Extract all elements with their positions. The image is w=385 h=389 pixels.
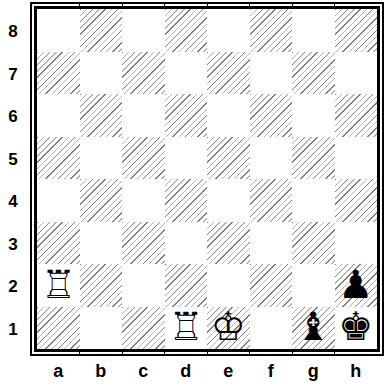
border-tick: [249, 351, 250, 356]
file-label-g: g: [292, 359, 335, 383]
square-h2[interactable]: ♟: [335, 264, 378, 307]
square-b1[interactable]: [80, 307, 123, 350]
square-f4[interactable]: [250, 179, 293, 222]
square-h3[interactable]: [335, 222, 378, 265]
rank-labels: 87654321: [0, 11, 26, 351]
square-e6[interactable]: [207, 94, 250, 137]
square-h5[interactable]: [335, 137, 378, 180]
square-c4[interactable]: [122, 179, 165, 222]
square-g3[interactable]: [292, 222, 335, 265]
rank-label-2: 2: [0, 266, 26, 309]
rank-label-8: 8: [0, 11, 26, 54]
square-d4[interactable]: [165, 179, 208, 222]
square-h1[interactable]: ♚: [335, 307, 378, 350]
square-d6[interactable]: [165, 94, 208, 137]
square-a3[interactable]: [37, 222, 80, 265]
square-g2[interactable]: [292, 264, 335, 307]
square-b5[interactable]: [80, 137, 123, 180]
square-b6[interactable]: [80, 94, 123, 137]
border-tick: [164, 2, 165, 7]
border-tick: [122, 2, 123, 7]
square-a8[interactable]: [37, 9, 80, 52]
square-e7[interactable]: [207, 52, 250, 95]
rank-label-3: 3: [0, 224, 26, 267]
square-a6[interactable]: [37, 94, 80, 137]
square-d1[interactable]: ♖: [165, 307, 208, 350]
border-tick: [249, 2, 250, 7]
square-g1[interactable]: ♝: [292, 307, 335, 350]
square-g7[interactable]: [292, 52, 335, 95]
square-c8[interactable]: [122, 9, 165, 52]
square-e2[interactable]: [207, 264, 250, 307]
border-tick: [79, 2, 80, 7]
square-h6[interactable]: [335, 94, 378, 137]
square-b7[interactable]: [80, 52, 123, 95]
square-f6[interactable]: [250, 94, 293, 137]
square-b2[interactable]: [80, 264, 123, 307]
square-d5[interactable]: [165, 137, 208, 180]
rank-label-7: 7: [0, 54, 26, 97]
square-f3[interactable]: [250, 222, 293, 265]
square-h7[interactable]: [335, 52, 378, 95]
square-g5[interactable]: [292, 137, 335, 180]
square-a7[interactable]: [37, 52, 80, 95]
square-g8[interactable]: [292, 9, 335, 52]
board-grid: ♖♟♖♔♝♚: [37, 9, 377, 349]
square-c5[interactable]: [122, 137, 165, 180]
file-labels: abcdefgh: [37, 359, 377, 383]
square-c6[interactable]: [122, 94, 165, 137]
board-outer-border: ♖♟♖♔♝♚: [30, 2, 384, 356]
square-a5[interactable]: [37, 137, 80, 180]
border-tick: [334, 2, 335, 7]
square-a1[interactable]: [37, 307, 80, 350]
board-inner-border: ♖♟♖♔♝♚: [34, 6, 380, 352]
square-b3[interactable]: [80, 222, 123, 265]
file-label-h: h: [335, 359, 378, 383]
border-tick: [79, 351, 80, 356]
file-label-e: e: [207, 359, 250, 383]
square-d3[interactable]: [165, 222, 208, 265]
chess-board: ♖♟♖♔♝♚: [30, 2, 384, 356]
square-e4[interactable]: [207, 179, 250, 222]
square-f2[interactable]: [250, 264, 293, 307]
file-label-f: f: [250, 359, 293, 383]
square-d7[interactable]: [165, 52, 208, 95]
square-f1[interactable]: [250, 307, 293, 350]
border-tick: [207, 351, 208, 356]
square-f8[interactable]: [250, 9, 293, 52]
border-tick: [292, 351, 293, 356]
square-c1[interactable]: [122, 307, 165, 350]
file-label-c: c: [122, 359, 165, 383]
piece-black-pawn[interactable]: ♟: [338, 265, 373, 304]
file-label-b: b: [80, 359, 123, 383]
border-tick: [334, 351, 335, 356]
square-e5[interactable]: [207, 137, 250, 180]
square-e3[interactable]: [207, 222, 250, 265]
piece-white-rook[interactable]: ♖: [41, 265, 76, 304]
piece-white-king[interactable]: ♔: [211, 307, 246, 346]
square-a4[interactable]: [37, 179, 80, 222]
border-tick: [292, 2, 293, 7]
rank-label-5: 5: [0, 139, 26, 182]
file-label-a: a: [37, 359, 80, 383]
square-f5[interactable]: [250, 137, 293, 180]
square-e1[interactable]: ♔: [207, 307, 250, 350]
rank-label-1: 1: [0, 309, 26, 352]
border-tick: [122, 351, 123, 356]
border-tick: [207, 2, 208, 7]
rank-label-6: 6: [0, 96, 26, 139]
square-g6[interactable]: [292, 94, 335, 137]
square-h4[interactable]: [335, 179, 378, 222]
piece-white-rook[interactable]: ♖: [168, 307, 203, 346]
square-g4[interactable]: [292, 179, 335, 222]
square-b8[interactable]: [80, 9, 123, 52]
square-f7[interactable]: [250, 52, 293, 95]
square-e8[interactable]: [207, 9, 250, 52]
piece-black-king[interactable]: ♚: [338, 307, 373, 346]
square-h8[interactable]: [335, 9, 378, 52]
square-c3[interactable]: [122, 222, 165, 265]
file-label-d: d: [165, 359, 208, 383]
square-c7[interactable]: [122, 52, 165, 95]
border-tick: [164, 351, 165, 356]
square-d8[interactable]: [165, 9, 208, 52]
rank-label-4: 4: [0, 181, 26, 224]
piece-black-bishop[interactable]: ♝: [296, 307, 331, 346]
square-a2[interactable]: ♖: [37, 264, 80, 307]
square-c2[interactable]: [122, 264, 165, 307]
square-d2[interactable]: [165, 264, 208, 307]
square-b4[interactable]: [80, 179, 123, 222]
